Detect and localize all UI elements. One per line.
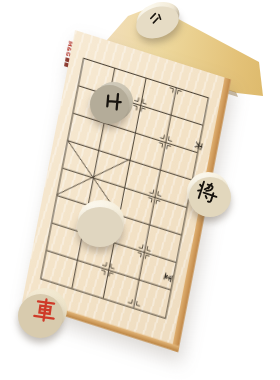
piece-general[interactable]: 将 <box>187 172 229 212</box>
brand-cjk-glyph <box>64 62 68 67</box>
piece-advisor[interactable]: 士 <box>94 82 133 121</box>
photo-scene: hidden piece M&G 楚河 漢界 士 <box>0 0 280 380</box>
chariot-glyph-icon <box>30 295 59 324</box>
advisor-glyph-icon <box>101 89 126 114</box>
partial-glyph-icon <box>146 7 170 29</box>
brand-text: M&G <box>63 40 73 67</box>
general-glyph-icon <box>193 177 223 207</box>
piece-chariot[interactable]: 車 <box>22 288 67 332</box>
piece-face-down[interactable]: face-down piece <box>78 200 124 240</box>
